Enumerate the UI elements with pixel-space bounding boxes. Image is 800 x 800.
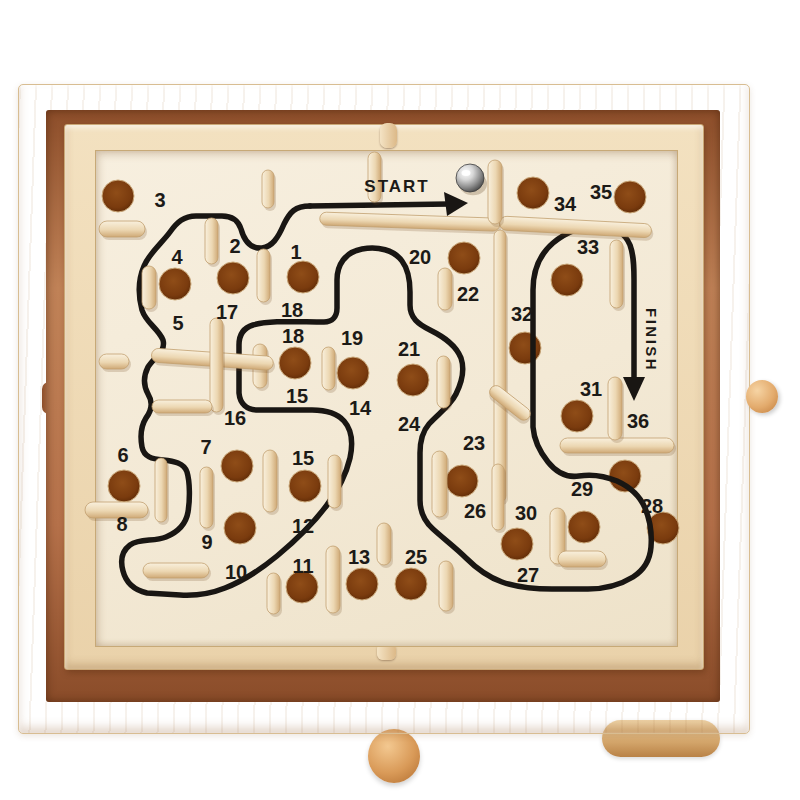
trap-hole xyxy=(614,181,646,213)
waypoint-label: 3 xyxy=(154,189,165,211)
finish-arrow-icon xyxy=(623,377,645,401)
trap-hole xyxy=(397,364,429,396)
wall-peg xyxy=(99,354,129,369)
waypoint-label: 30 xyxy=(515,502,537,524)
waypoint-label: 18 xyxy=(281,299,303,321)
trap-hole xyxy=(289,470,321,502)
waypoint-label: 32 xyxy=(511,303,533,325)
wall-peg xyxy=(377,523,391,565)
waypoint-label: 24 xyxy=(398,413,421,435)
trap-hole xyxy=(279,347,311,379)
waypoint-label: 10 xyxy=(225,561,247,583)
waypoint-label: 31 xyxy=(580,378,602,400)
trap-hole xyxy=(517,177,549,209)
trap-hole xyxy=(509,332,541,364)
wall-peg xyxy=(439,561,453,611)
finish-text: FINISH xyxy=(643,308,660,372)
trap-hole xyxy=(551,264,583,296)
wall-peg xyxy=(99,221,145,237)
wall-peg xyxy=(488,160,502,224)
waypoint-label: 14 xyxy=(349,397,372,419)
trap-hole xyxy=(159,268,191,300)
wall-peg xyxy=(494,230,506,502)
wall-peg xyxy=(326,546,340,613)
trap-hole xyxy=(568,511,600,543)
trap-hole xyxy=(395,568,427,600)
waypoint-label: 11 xyxy=(292,555,313,577)
wall-peg xyxy=(610,240,623,308)
waypoint-label: 4 xyxy=(171,246,183,268)
wall-peg xyxy=(210,318,223,412)
wall-peg xyxy=(322,347,335,390)
wall-peg xyxy=(437,356,450,408)
start-line xyxy=(310,204,449,206)
waypoint-label: 6 xyxy=(117,444,128,466)
waypoint-label: 35 xyxy=(590,181,612,203)
waypoint-label: 28 xyxy=(641,495,663,517)
waypoint-label: 1 xyxy=(290,241,301,263)
trap-hole xyxy=(346,568,378,600)
trap-hole xyxy=(217,262,249,294)
waypoint-label: 33 xyxy=(577,236,599,258)
waypoint-label: 26 xyxy=(464,500,486,522)
wall-peg xyxy=(205,218,218,264)
waypoint-label: 7 xyxy=(200,436,211,458)
wall-peg xyxy=(155,458,167,522)
trap-hole xyxy=(108,470,140,502)
waypoint-label: 13 xyxy=(348,546,370,568)
waypoint-label: 23 xyxy=(463,432,485,454)
wall-peg xyxy=(328,455,341,508)
wall-peg xyxy=(142,266,156,309)
waypoint-label: 36 xyxy=(627,410,649,432)
wall-peg xyxy=(608,377,622,440)
waypoint-label: 18 xyxy=(282,325,304,347)
waypoint-label: 9 xyxy=(201,531,212,553)
maze-overlay: 3343521420332217183251819213115141624362… xyxy=(0,0,800,800)
wall-peg xyxy=(492,464,504,530)
wall-peg xyxy=(143,563,209,578)
wall-peg xyxy=(558,551,606,567)
wall-peg xyxy=(263,450,277,512)
waypoint-label: 29 xyxy=(571,478,593,500)
wall-peg xyxy=(267,573,280,614)
start-arrow-icon xyxy=(444,192,468,216)
steel-ball[interactable] xyxy=(456,164,484,192)
waypoint-label: 8 xyxy=(116,513,127,535)
waypoint-label: 17 xyxy=(216,301,238,323)
waypoint-label: 25 xyxy=(405,546,427,568)
waypoint-label: 12 xyxy=(292,515,314,537)
trap-hole xyxy=(501,528,533,560)
waypoint-label: 16 xyxy=(224,407,246,429)
waypoint-label: 15 xyxy=(292,447,314,469)
trap-hole xyxy=(561,400,593,432)
waypoint-label: 19 xyxy=(341,327,363,349)
waypoint-label: 22 xyxy=(457,283,479,305)
wall-peg xyxy=(200,467,213,528)
trap-hole xyxy=(446,465,478,497)
wall-peg xyxy=(262,170,274,208)
trap-hole xyxy=(287,261,319,293)
trap-hole xyxy=(337,357,369,389)
waypoint-label: 27 xyxy=(517,564,539,586)
wall-peg xyxy=(257,249,270,302)
waypoint-label: 21 xyxy=(398,338,420,360)
start-text: START xyxy=(364,177,429,196)
wall-peg xyxy=(152,400,212,413)
labyrinth-game-photo: 3343521420332217183251819213115141624362… xyxy=(0,0,800,800)
waypoint-label: 34 xyxy=(554,193,577,215)
wall-peg xyxy=(432,451,447,517)
waypoint-label: 20 xyxy=(409,246,431,268)
trap-hole xyxy=(224,512,256,544)
waypoint-label: 5 xyxy=(172,312,183,334)
trap-hole xyxy=(102,180,134,212)
trap-hole xyxy=(221,450,253,482)
trap-hole xyxy=(448,242,480,274)
waypoint-label: 15 xyxy=(286,385,308,407)
wall-peg xyxy=(438,268,452,310)
waypoint-label: 2 xyxy=(229,235,240,257)
